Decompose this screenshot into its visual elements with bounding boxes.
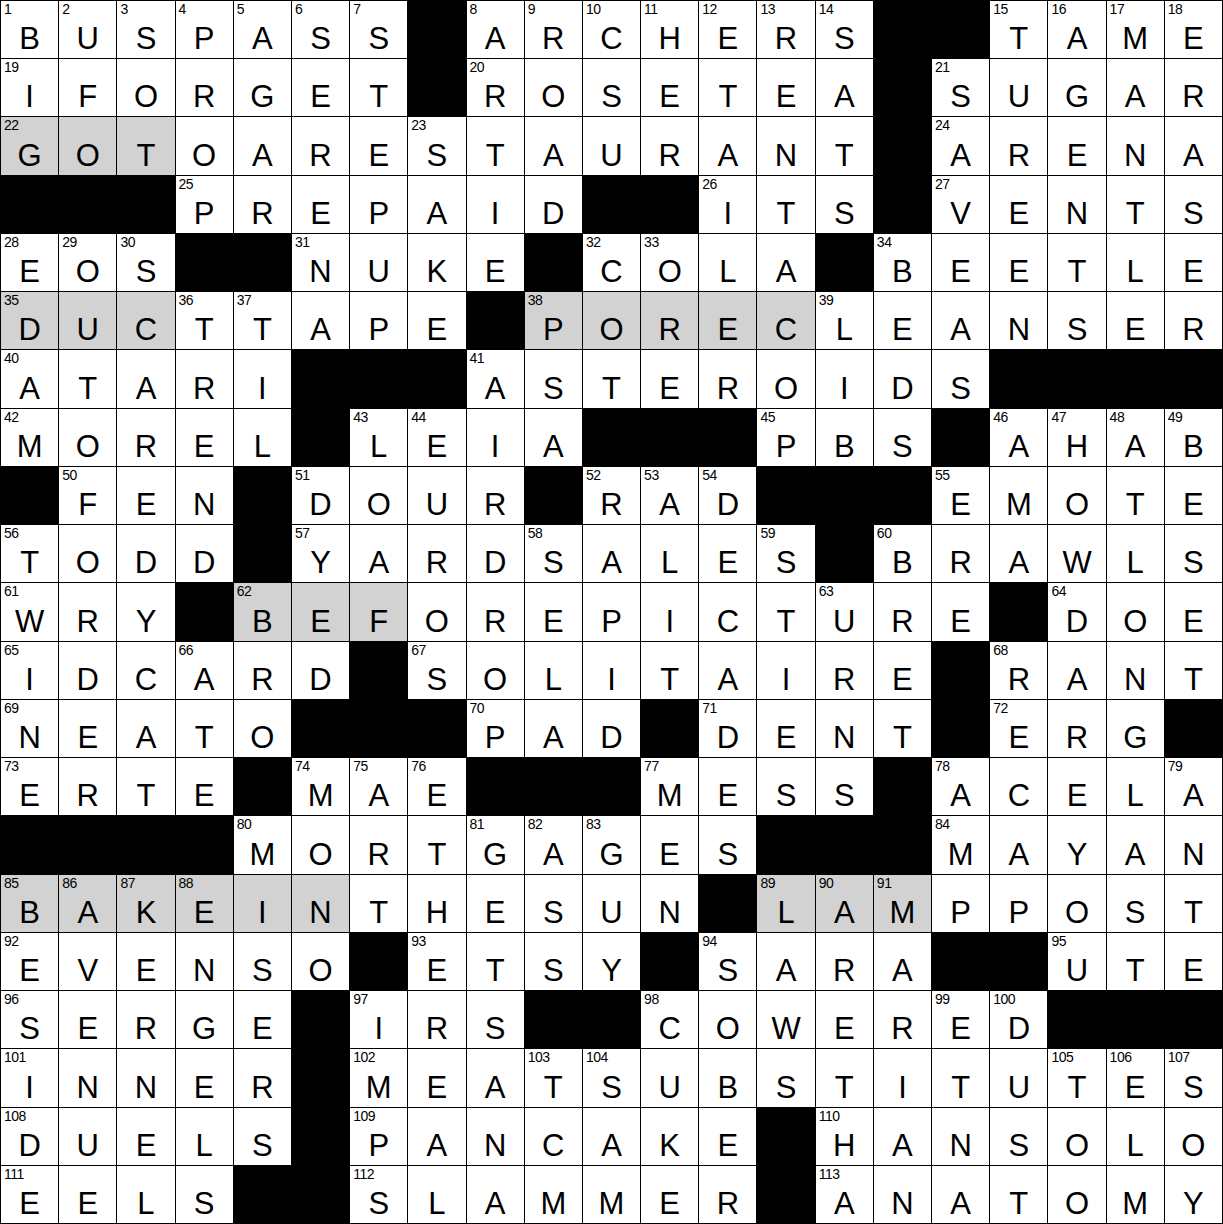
grid-cell[interactable]: Y (117, 583, 174, 640)
grid-cell[interactable]: E (757, 59, 814, 116)
grid-cell[interactable]: T (467, 117, 524, 174)
grid-cell[interactable]: T (816, 1049, 873, 1106)
grid-cell[interactable]: W (1048, 525, 1105, 582)
grid-cell[interactable]: A (932, 1166, 989, 1223)
grid-cell[interactable]: D (292, 642, 349, 699)
grid-cell[interactable]: S (1107, 875, 1164, 932)
shaded-cell[interactable]: 91M (874, 875, 931, 932)
grid-cell[interactable]: U (990, 59, 1047, 116)
grid-cell[interactable]: 71D (699, 700, 756, 757)
grid-cell[interactable]: 10C (583, 1, 640, 58)
grid-cell[interactable]: 1B (1, 1, 58, 58)
grid-cell[interactable]: S (176, 1166, 233, 1223)
grid-cell[interactable]: 37T (234, 292, 291, 349)
grid-cell[interactable]: I (467, 409, 524, 466)
grid-cell[interactable]: K (408, 234, 465, 291)
grid-cell[interactable]: 16A (1048, 1, 1105, 58)
grid-cell[interactable]: M (1107, 1166, 1164, 1223)
grid-cell[interactable]: 55E (932, 467, 989, 524)
grid-cell[interactable]: 32C (583, 234, 640, 291)
grid-cell[interactable]: P (990, 875, 1047, 932)
grid-cell[interactable]: S (467, 991, 524, 1048)
grid-cell[interactable]: 49B (1165, 409, 1222, 466)
grid-cell[interactable]: 53A (641, 467, 698, 524)
grid-cell[interactable]: 15T (990, 1, 1047, 58)
grid-cell[interactable]: 94S (699, 933, 756, 990)
grid-cell[interactable]: 99E (932, 991, 989, 1048)
grid-cell[interactable]: K (641, 1108, 698, 1165)
grid-cell[interactable]: E (1107, 292, 1164, 349)
grid-cell[interactable]: C (699, 583, 756, 640)
grid-cell[interactable]: 25P (176, 176, 233, 233)
shaded-cell[interactable]: 87K (117, 875, 174, 932)
grid-cell[interactable]: A (117, 350, 174, 407)
grid-cell[interactable]: 82A (525, 816, 582, 873)
grid-cell[interactable]: 68R (990, 642, 1047, 699)
grid-cell[interactable]: E (641, 816, 698, 873)
grid-cell[interactable]: I (757, 642, 814, 699)
grid-cell[interactable]: R (1048, 700, 1105, 757)
grid-cell[interactable]: R (59, 758, 116, 815)
grid-cell[interactable]: R (176, 59, 233, 116)
grid-cell[interactable]: C (117, 642, 174, 699)
grid-cell[interactable]: S (757, 1049, 814, 1106)
grid-cell[interactable]: I (874, 1049, 931, 1106)
grid-cell[interactable]: 67S (408, 642, 465, 699)
grid-cell[interactable]: H (408, 875, 465, 932)
grid-cell[interactable]: S (234, 933, 291, 990)
grid-cell[interactable]: 2U (59, 1, 116, 58)
grid-cell[interactable]: 83G (583, 816, 640, 873)
grid-cell[interactable]: 84M (932, 816, 989, 873)
grid-cell[interactable]: N (117, 1049, 174, 1106)
grid-cell[interactable]: L (641, 525, 698, 582)
grid-cell[interactable]: 27V (932, 176, 989, 233)
grid-cell[interactable]: G (1048, 59, 1105, 116)
grid-cell[interactable]: D (117, 525, 174, 582)
grid-cell[interactable]: O (59, 409, 116, 466)
shaded-cell[interactable]: C (117, 292, 174, 349)
grid-cell[interactable]: A (1107, 816, 1164, 873)
grid-cell[interactable]: 69N (1, 700, 58, 757)
grid-cell[interactable]: O (1107, 583, 1164, 640)
grid-cell[interactable]: 100D (990, 991, 1047, 1048)
grid-cell[interactable]: U (350, 234, 407, 291)
grid-cell[interactable]: B (699, 1049, 756, 1106)
grid-cell[interactable]: 81G (467, 816, 524, 873)
grid-cell[interactable]: A (350, 525, 407, 582)
grid-cell[interactable]: N (990, 292, 1047, 349)
grid-cell[interactable]: 18E (1165, 1, 1222, 58)
grid-cell[interactable]: E (292, 176, 349, 233)
grid-cell[interactable]: T (467, 933, 524, 990)
grid-cell[interactable]: P (350, 292, 407, 349)
grid-cell[interactable]: A (1165, 117, 1222, 174)
shaded-cell[interactable]: 35D (1, 292, 58, 349)
grid-cell[interactable]: E (874, 642, 931, 699)
grid-cell[interactable]: T (59, 350, 116, 407)
grid-cell[interactable]: R (874, 583, 931, 640)
grid-cell[interactable]: A (932, 292, 989, 349)
grid-cell[interactable]: T (117, 758, 174, 815)
grid-cell[interactable]: 3S (117, 1, 174, 58)
grid-cell[interactable]: E (1165, 933, 1222, 990)
grid-cell[interactable]: R (816, 933, 873, 990)
shaded-cell[interactable]: E (292, 583, 349, 640)
grid-cell[interactable]: 59S (757, 525, 814, 582)
shaded-cell[interactable]: 62B (234, 583, 291, 640)
grid-cell[interactable]: A (990, 816, 1047, 873)
grid-cell[interactable]: 101I (1, 1049, 58, 1106)
grid-cell[interactable]: S (525, 350, 582, 407)
grid-cell[interactable]: 77M (641, 758, 698, 815)
grid-cell[interactable]: R (1165, 292, 1222, 349)
grid-cell[interactable]: 98C (641, 991, 698, 1048)
grid-cell[interactable]: A (699, 642, 756, 699)
grid-cell[interactable]: E (467, 875, 524, 932)
grid-cell[interactable]: A (525, 700, 582, 757)
grid-cell[interactable]: E (932, 234, 989, 291)
grid-cell[interactable]: A (990, 525, 1047, 582)
grid-cell[interactable]: 106E (1107, 1049, 1164, 1106)
shaded-cell[interactable]: 90A (816, 875, 873, 932)
grid-cell[interactable]: 23S (408, 117, 465, 174)
grid-cell[interactable]: A (583, 1108, 640, 1165)
grid-cell[interactable]: T (1107, 467, 1164, 524)
grid-cell[interactable]: R (467, 467, 524, 524)
grid-cell[interactable]: L (176, 1108, 233, 1165)
grid-cell[interactable]: 46A (990, 409, 1047, 466)
grid-cell[interactable]: 44E (408, 409, 465, 466)
grid-cell[interactable]: E (350, 117, 407, 174)
grid-cell[interactable]: S (1165, 176, 1222, 233)
grid-cell[interactable]: 43L (350, 409, 407, 466)
grid-cell[interactable]: A (874, 1108, 931, 1165)
grid-cell[interactable]: O (467, 642, 524, 699)
grid-cell[interactable]: T (1165, 875, 1222, 932)
grid-cell[interactable]: O (234, 700, 291, 757)
grid-cell[interactable]: R (816, 642, 873, 699)
grid-cell[interactable]: O (1048, 1108, 1105, 1165)
grid-cell[interactable]: S (699, 816, 756, 873)
grid-cell[interactable]: E (699, 1108, 756, 1165)
shaded-cell[interactable]: 88E (176, 875, 233, 932)
grid-cell[interactable]: 52R (583, 467, 640, 524)
grid-cell[interactable]: V (59, 933, 116, 990)
grid-cell[interactable]: D (874, 350, 931, 407)
grid-cell[interactable]: E (59, 1166, 116, 1223)
grid-cell[interactable]: 75A (350, 758, 407, 815)
grid-cell[interactable]: 7S (350, 1, 407, 58)
grid-cell[interactable]: M (990, 467, 1047, 524)
grid-cell[interactable]: S (525, 933, 582, 990)
grid-cell[interactable]: L (234, 409, 291, 466)
grid-cell[interactable]: N (1107, 117, 1164, 174)
grid-cell[interactable]: 29O (59, 234, 116, 291)
grid-cell[interactable]: W (757, 991, 814, 1048)
grid-cell[interactable]: A (1107, 59, 1164, 116)
grid-cell[interactable]: T (408, 816, 465, 873)
grid-cell[interactable]: R (234, 176, 291, 233)
grid-cell[interactable]: N (757, 117, 814, 174)
grid-cell[interactable]: E (1048, 758, 1105, 815)
grid-cell[interactable]: O (292, 933, 349, 990)
grid-cell[interactable]: R (234, 1049, 291, 1106)
grid-cell[interactable]: S (1165, 525, 1222, 582)
grid-cell[interactable]: N (641, 875, 698, 932)
grid-cell[interactable]: 63U (816, 583, 873, 640)
grid-cell[interactable]: 14S (816, 1, 873, 58)
grid-cell[interactable]: N (467, 1108, 524, 1165)
grid-cell[interactable]: M (583, 1166, 640, 1223)
grid-cell[interactable]: S (816, 176, 873, 233)
grid-cell[interactable]: S (583, 59, 640, 116)
grid-cell[interactable]: E (408, 292, 465, 349)
grid-cell[interactable]: L (117, 1166, 174, 1223)
grid-cell[interactable]: 21S (932, 59, 989, 116)
grid-cell[interactable]: E (932, 583, 989, 640)
grid-cell[interactable]: P (932, 875, 989, 932)
grid-cell[interactable]: O (1048, 875, 1105, 932)
grid-cell[interactable]: N (176, 933, 233, 990)
grid-cell[interactable]: E (176, 409, 233, 466)
shaded-cell[interactable]: 89L (757, 875, 814, 932)
grid-cell[interactable]: O (1048, 467, 1105, 524)
grid-cell[interactable]: 93E (408, 933, 465, 990)
grid-cell[interactable]: S (874, 409, 931, 466)
grid-cell[interactable]: 39L (816, 292, 873, 349)
grid-cell[interactable]: 40A (1, 350, 58, 407)
grid-cell[interactable]: L (1107, 758, 1164, 815)
shaded-cell[interactable]: O (59, 117, 116, 174)
grid-cell[interactable]: T (699, 59, 756, 116)
shaded-cell[interactable]: E (699, 292, 756, 349)
grid-cell[interactable]: 19I (1, 59, 58, 116)
shaded-cell[interactable]: I (234, 875, 291, 932)
grid-cell[interactable]: R (117, 409, 174, 466)
grid-cell[interactable]: 51D (292, 467, 349, 524)
grid-cell[interactable]: R (350, 816, 407, 873)
grid-cell[interactable]: C (990, 758, 1047, 815)
grid-cell[interactable]: O (117, 59, 174, 116)
grid-cell[interactable]: R (699, 350, 756, 407)
grid-cell[interactable]: E (1165, 234, 1222, 291)
grid-cell[interactable]: R (467, 583, 524, 640)
grid-cell[interactable]: 57Y (292, 525, 349, 582)
grid-cell[interactable]: 31N (292, 234, 349, 291)
grid-cell[interactable]: A (525, 409, 582, 466)
grid-cell[interactable]: 61W (1, 583, 58, 640)
grid-cell[interactable]: O (292, 816, 349, 873)
grid-cell[interactable]: 20R (467, 59, 524, 116)
grid-cell[interactable]: L (525, 642, 582, 699)
grid-cell[interactable]: E (408, 1049, 465, 1106)
grid-cell[interactable]: R (59, 583, 116, 640)
grid-cell[interactable]: S (1048, 292, 1105, 349)
grid-cell[interactable]: 50F (59, 467, 116, 524)
grid-cell[interactable]: 107S (1165, 1049, 1222, 1106)
shaded-cell[interactable]: O (583, 292, 640, 349)
grid-cell[interactable]: L (1107, 1108, 1164, 1165)
grid-cell[interactable]: 64D (1048, 583, 1105, 640)
grid-cell[interactable]: O (59, 525, 116, 582)
grid-cell[interactable]: 41A (467, 350, 524, 407)
grid-cell[interactable]: I (234, 350, 291, 407)
grid-cell[interactable]: A (757, 234, 814, 291)
grid-cell[interactable]: E (59, 700, 116, 757)
grid-cell[interactable]: A (757, 933, 814, 990)
grid-cell[interactable]: 109P (350, 1108, 407, 1165)
grid-cell[interactable]: C (525, 1108, 582, 1165)
grid-cell[interactable]: E (757, 700, 814, 757)
grid-cell[interactable]: I (816, 350, 873, 407)
grid-cell[interactable]: 96S (1, 991, 58, 1048)
grid-cell[interactable]: 74M (292, 758, 349, 815)
grid-cell[interactable]: O (525, 59, 582, 116)
grid-cell[interactable]: 92E (1, 933, 58, 990)
grid-cell[interactable]: O (757, 350, 814, 407)
grid-cell[interactable]: N (932, 1108, 989, 1165)
grid-cell[interactable]: T (350, 59, 407, 116)
grid-cell[interactable]: R (117, 991, 174, 1048)
grid-cell[interactable]: D (176, 525, 233, 582)
grid-cell[interactable]: A (699, 117, 756, 174)
grid-cell[interactable]: E (117, 933, 174, 990)
grid-cell[interactable]: 24A (932, 117, 989, 174)
grid-cell[interactable]: D (59, 642, 116, 699)
grid-cell[interactable]: 28E (1, 234, 58, 291)
grid-cell[interactable]: 34B (874, 234, 931, 291)
grid-cell[interactable]: 95U (1048, 933, 1105, 990)
shaded-cell[interactable]: 86A (59, 875, 116, 932)
grid-cell[interactable]: L (1107, 525, 1164, 582)
shaded-cell[interactable]: U (59, 292, 116, 349)
grid-cell[interactable]: 103T (525, 1049, 582, 1106)
grid-cell[interactable]: O (1165, 1108, 1222, 1165)
grid-cell[interactable]: A (408, 176, 465, 233)
grid-cell[interactable]: R (408, 525, 465, 582)
grid-cell[interactable]: E (525, 583, 582, 640)
grid-cell[interactable]: I (641, 583, 698, 640)
grid-cell[interactable]: 66A (176, 642, 233, 699)
grid-cell[interactable]: 56T (1, 525, 58, 582)
grid-cell[interactable]: 47H (1048, 409, 1105, 466)
grid-cell[interactable]: 8A (467, 1, 524, 58)
grid-cell[interactable]: D (583, 700, 640, 757)
grid-cell[interactable]: E (117, 467, 174, 524)
grid-cell[interactable]: O (176, 117, 233, 174)
grid-cell[interactable]: S (234, 1108, 291, 1165)
grid-cell[interactable]: I (583, 642, 640, 699)
grid-cell[interactable]: A (816, 59, 873, 116)
grid-cell[interactable]: D (525, 176, 582, 233)
grid-cell[interactable]: 42M (1, 409, 58, 466)
grid-cell[interactable]: T (932, 1049, 989, 1106)
grid-cell[interactable]: T (990, 1166, 1047, 1223)
grid-cell[interactable]: E (816, 991, 873, 1048)
grid-cell[interactable]: U (990, 1049, 1047, 1106)
grid-cell[interactable]: 65I (1, 642, 58, 699)
grid-cell[interactable]: E (641, 1166, 698, 1223)
grid-cell[interactable]: O (408, 583, 465, 640)
grid-cell[interactable]: 12E (699, 1, 756, 58)
grid-cell[interactable]: P (583, 583, 640, 640)
grid-cell[interactable]: G (234, 59, 291, 116)
grid-cell[interactable]: L (699, 234, 756, 291)
grid-cell[interactable]: L (408, 1166, 465, 1223)
grid-cell[interactable]: 17M (1107, 1, 1164, 58)
grid-cell[interactable]: 78A (932, 758, 989, 815)
grid-cell[interactable]: T (757, 583, 814, 640)
grid-cell[interactable]: 11H (641, 1, 698, 58)
grid-cell[interactable]: R (990, 117, 1047, 174)
grid-cell[interactable]: G (176, 991, 233, 1048)
grid-cell[interactable]: T (176, 700, 233, 757)
grid-cell[interactable]: R (1165, 59, 1222, 116)
shaded-cell[interactable]: 22G (1, 117, 58, 174)
grid-cell[interactable]: A (1048, 642, 1105, 699)
grid-cell[interactable]: 80M (234, 816, 291, 873)
grid-cell[interactable]: N (816, 700, 873, 757)
grid-cell[interactable]: 58S (525, 525, 582, 582)
grid-cell[interactable]: Y (583, 933, 640, 990)
grid-cell[interactable]: A (117, 700, 174, 757)
grid-cell[interactable]: G (1107, 700, 1164, 757)
grid-cell[interactable]: R (176, 350, 233, 407)
grid-cell[interactable]: I (467, 176, 524, 233)
grid-cell[interactable]: T (1107, 933, 1164, 990)
grid-cell[interactable]: M (525, 1166, 582, 1223)
grid-cell[interactable]: E (234, 991, 291, 1048)
grid-cell[interactable]: S (525, 875, 582, 932)
grid-cell[interactable]: 97I (350, 991, 407, 1048)
grid-cell[interactable]: F (59, 59, 116, 116)
grid-cell[interactable]: U (583, 875, 640, 932)
grid-cell[interactable]: E (1048, 117, 1105, 174)
grid-cell[interactable]: T (1165, 642, 1222, 699)
grid-cell[interactable]: 108D (1, 1108, 58, 1165)
grid-cell[interactable]: A (525, 117, 582, 174)
grid-cell[interactable]: T (350, 875, 407, 932)
grid-cell[interactable]: 76E (408, 758, 465, 815)
grid-cell[interactable]: T (583, 350, 640, 407)
grid-cell[interactable]: P (350, 176, 407, 233)
grid-cell[interactable]: 105T (1048, 1049, 1105, 1106)
grid-cell[interactable]: A (874, 933, 931, 990)
shaded-cell[interactable]: T (117, 117, 174, 174)
grid-cell[interactable]: U (59, 1108, 116, 1165)
grid-cell[interactable]: N (874, 1166, 931, 1223)
shaded-cell[interactable]: N (292, 875, 349, 932)
shaded-cell[interactable]: C (757, 292, 814, 349)
grid-cell[interactable]: S (757, 758, 814, 815)
grid-cell[interactable]: Y (1165, 1166, 1222, 1223)
grid-cell[interactable]: A (467, 1049, 524, 1106)
grid-cell[interactable]: 36T (176, 292, 233, 349)
grid-cell[interactable]: T (641, 642, 698, 699)
grid-cell[interactable]: 13R (757, 1, 814, 58)
grid-cell[interactable]: N (1165, 816, 1222, 873)
grid-cell[interactable]: U (641, 1049, 698, 1106)
grid-cell[interactable]: 48A (1107, 409, 1164, 466)
grid-cell[interactable]: R (234, 642, 291, 699)
grid-cell[interactable]: R (932, 525, 989, 582)
grid-cell[interactable]: O (699, 991, 756, 1048)
grid-cell[interactable]: O (350, 467, 407, 524)
grid-cell[interactable]: 104S (583, 1049, 640, 1106)
grid-cell[interactable]: 79A (1165, 758, 1222, 815)
grid-cell[interactable]: A (467, 1166, 524, 1223)
